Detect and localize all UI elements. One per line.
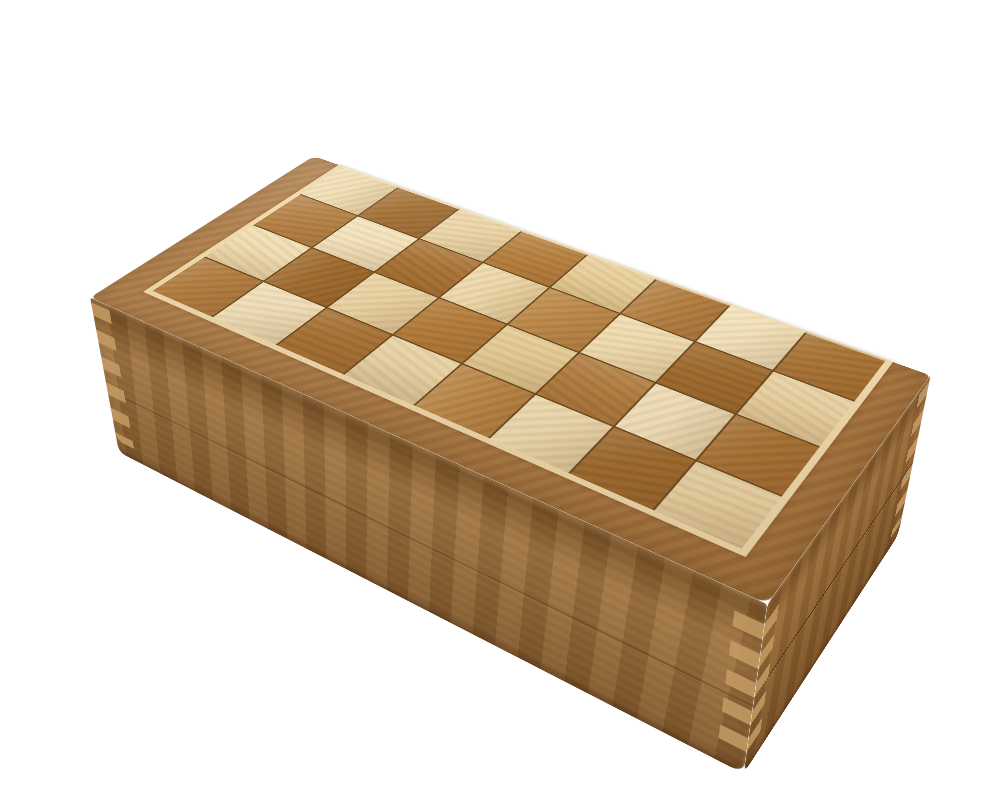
board-square — [570, 427, 695, 509]
board-square — [415, 364, 534, 437]
board-square — [615, 383, 734, 459]
board-square — [737, 372, 854, 446]
board-square — [774, 332, 886, 401]
board-square — [344, 335, 461, 405]
board-square — [490, 395, 612, 473]
board-square — [537, 353, 654, 425]
board-square — [697, 415, 819, 496]
finger-joints-left-corner — [91, 302, 134, 449]
chess-box — [90, 156, 930, 604]
board-square — [657, 342, 771, 412]
board-square — [654, 461, 781, 549]
board-square — [464, 325, 578, 393]
product-photo-background — [0, 0, 1000, 800]
